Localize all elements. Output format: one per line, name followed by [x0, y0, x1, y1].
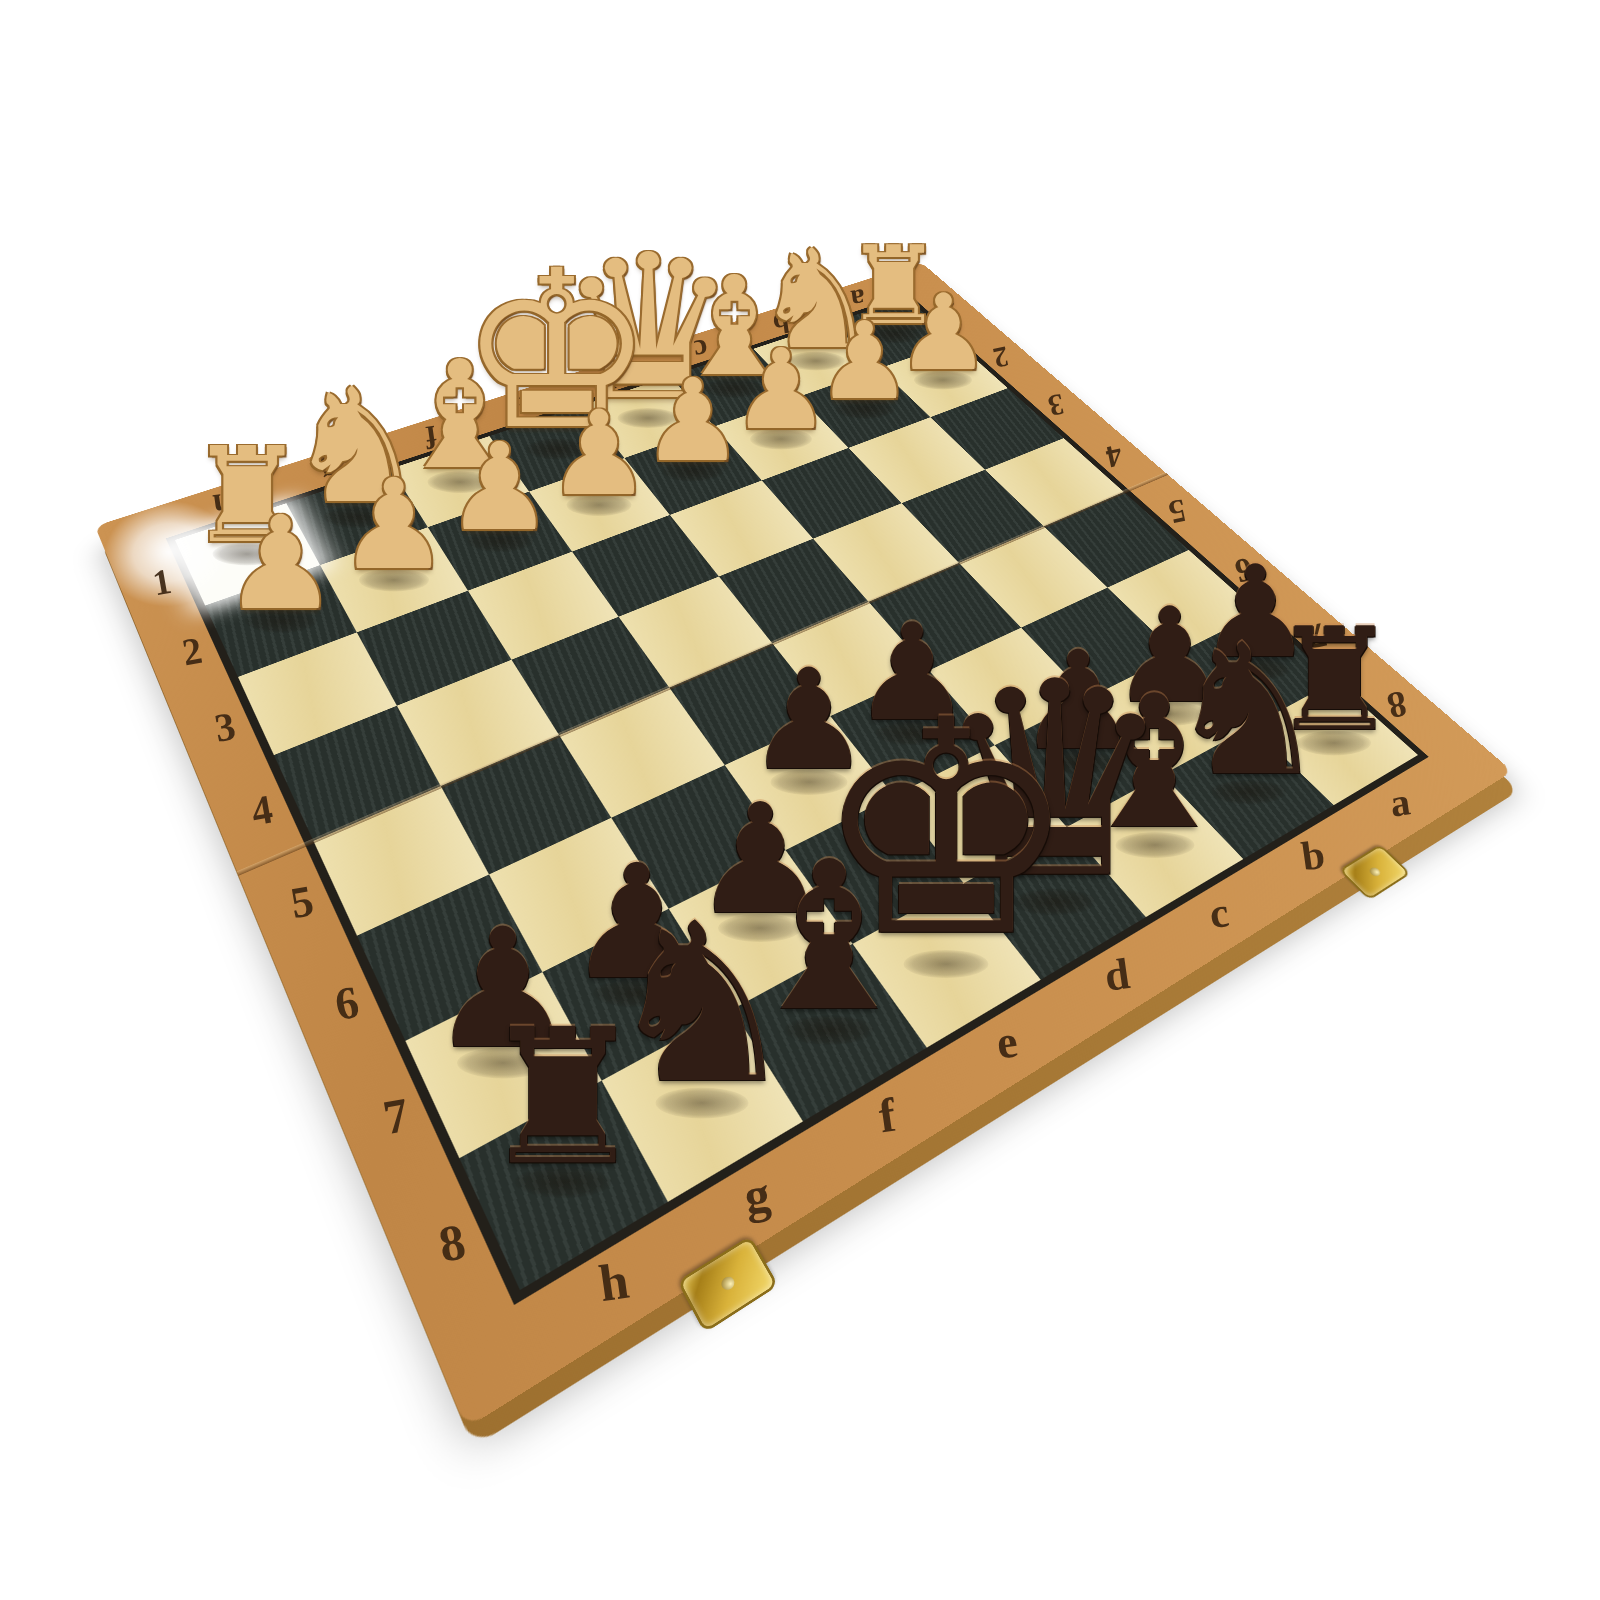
piece-white-pawn-b2[interactable]: ♟ — [817, 308, 913, 415]
coordinate-label-3-far: 3 — [1045, 387, 1067, 423]
coordinate-label-f-near: f — [876, 1087, 899, 1144]
piece-white-pawn-g2[interactable]: ♟ — [338, 462, 450, 587]
coordinate-label-5-near: 5 — [287, 875, 318, 929]
piece-white-pawn-d2[interactable]: ♟ — [642, 364, 744, 478]
piece-white-pawn-c2[interactable]: ♟ — [731, 335, 831, 446]
coordinate-label-1-near: 1 — [149, 559, 174, 603]
pieces-and-coordinates-overlay: 12345678abcdefghabcdefgh12345678♜♞♝♛♚♝♞♜… — [0, 0, 1600, 1600]
coordinate-label-2-far: 2 — [991, 339, 1012, 374]
coordinate-label-8-near: 8 — [434, 1212, 469, 1274]
coordinate-label-c-near: c — [1206, 888, 1231, 938]
coordinate-label-4-near: 4 — [247, 785, 276, 836]
coordinate-label-4-far: 4 — [1103, 437, 1126, 475]
photo-stage: 12345678abcdefghabcdefgh12345678♜♞♝♛♚♝♞♜… — [0, 0, 1600, 1600]
coordinate-label-g-near: g — [741, 1164, 774, 1225]
coordinate-label-5-far: 5 — [1165, 491, 1189, 531]
coordinate-label-3-near: 3 — [211, 702, 239, 752]
coordinate-label-2-near: 2 — [179, 628, 205, 675]
piece-white-pawn-e2[interactable]: ♟ — [547, 395, 652, 512]
coordinate-label-a-near: a — [1388, 778, 1414, 825]
piece-black-rook-h8[interactable]: ♜ — [479, 1004, 647, 1191]
product-photo-page: { "game": "chess", "description": "Woode… — [0, 0, 1600, 1600]
coordinate-label-e-near: e — [993, 1014, 1021, 1069]
coordinate-label-6-near: 6 — [331, 975, 363, 1031]
coordinate-label-b-near: b — [1298, 830, 1327, 881]
piece-white-pawn-f2[interactable]: ♟ — [445, 427, 553, 548]
coordinate-label-7-near: 7 — [379, 1086, 413, 1146]
piece-white-pawn-h2[interactable]: ♟ — [223, 499, 339, 628]
coordinate-label-h-near: h — [596, 1251, 633, 1313]
coordinate-label-d-near: d — [1101, 948, 1132, 1002]
